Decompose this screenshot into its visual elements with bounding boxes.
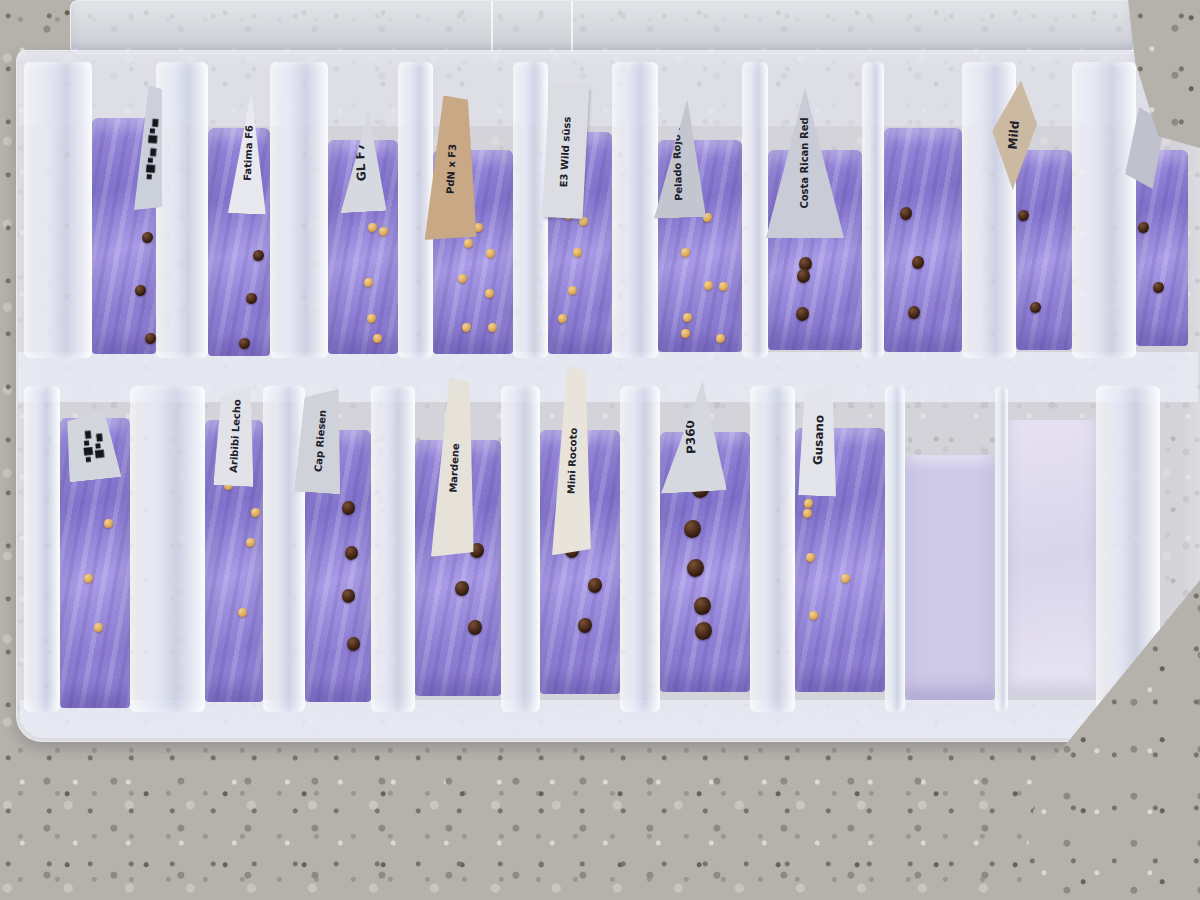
divider-wall (501, 386, 540, 712)
pepper-seed (464, 239, 473, 249)
pepper-seed (908, 306, 920, 319)
pepper-seed (683, 313, 692, 323)
pepper-seed (373, 334, 382, 344)
divider-wall (371, 386, 415, 712)
box-lid (70, 0, 1134, 54)
pepper-seed (1138, 222, 1149, 234)
pepper-seed (558, 314, 567, 324)
pepper-seed (716, 334, 725, 344)
pepper-seed (145, 333, 156, 345)
pepper-seed (803, 509, 812, 519)
pepper-seed (251, 508, 260, 518)
pepper-seed (1153, 282, 1164, 294)
label-handwriting: Mini Rocoto (565, 372, 582, 550)
pepper-seed (94, 623, 103, 633)
seed-label-tag: E3 Wild süss (543, 85, 590, 219)
pepper-seed (462, 323, 471, 333)
pepper-seed (238, 608, 247, 618)
pepper-seed (364, 278, 373, 288)
pepper-seed (142, 232, 153, 244)
pepper-seed (368, 223, 377, 233)
label-handwriting (1141, 114, 1148, 182)
divider-wall (885, 386, 905, 712)
label-handwriting: Gusano (811, 390, 827, 490)
pepper-seed (104, 519, 113, 529)
pepper-seed (900, 207, 912, 220)
divider-wall (24, 62, 92, 358)
pepper-seed (704, 281, 713, 291)
germination-paper-towel (884, 128, 962, 352)
pepper-seed (135, 285, 146, 297)
pepper-seed (379, 227, 388, 237)
germination-paper-towel (1016, 150, 1072, 350)
pepper-seed (694, 597, 711, 615)
label-handwriting: Costa Rican Red (800, 94, 811, 232)
pepper-seed (246, 538, 255, 548)
pepper-seed (719, 282, 728, 292)
pepper-seed (239, 338, 250, 350)
label-handwriting: Mardene (445, 384, 464, 552)
divider-wall (862, 62, 884, 358)
divider-wall (398, 62, 433, 358)
divider-wall (1072, 62, 1136, 358)
pepper-seed (797, 269, 810, 283)
pepper-seed (681, 248, 690, 258)
pepper-seed (1018, 210, 1029, 222)
pepper-seed (1030, 302, 1041, 314)
lid-seam (491, 1, 493, 53)
pepper-seed (367, 314, 376, 324)
pepper-seed (347, 637, 360, 651)
pepper-seed (573, 248, 582, 258)
pepper-seed (912, 256, 924, 269)
pepper-seed (796, 307, 809, 321)
label-handwriting: PdN x F3 (443, 102, 460, 235)
germination-paper-towel (1008, 420, 1096, 695)
label-handwriting: Aribibi Lecho (228, 392, 243, 480)
pepper-seed (486, 249, 495, 259)
label-handwriting: Cap Riesen (313, 394, 330, 488)
pepper-seed (804, 499, 813, 509)
pepper-seed (253, 250, 264, 262)
label-handwriting: E3 Wild süss (558, 92, 575, 212)
pepper-seed (342, 501, 355, 515)
pepper-seed (342, 589, 355, 603)
pepper-seed (345, 546, 358, 560)
pepper-seed (485, 289, 494, 299)
divider-wall (263, 386, 305, 712)
lid-seam (571, 1, 573, 53)
photo-scene: ▪▆▪▄ ▆▪▄Fatima F6GL F7PdN x F3E3 Wild sü… (0, 0, 1200, 900)
pepper-seed (841, 574, 850, 584)
pepper-seed (695, 622, 712, 640)
pepper-seed (684, 520, 701, 538)
germination-paper-towel (905, 455, 995, 700)
pepper-seed (458, 274, 467, 284)
pepper-seed (687, 559, 704, 577)
label-handwriting-smudged: ▪▆▪▄ ▆▪▄ (79, 417, 106, 475)
divider-wall (612, 62, 658, 358)
divider-wall (130, 386, 205, 712)
divider-wall (620, 386, 660, 712)
pepper-seed (681, 329, 690, 339)
divider-wall (995, 386, 1008, 712)
pepper-seed (246, 293, 257, 305)
pepper-seed (806, 553, 815, 563)
pepper-seed (568, 286, 577, 296)
divider-wall (742, 62, 768, 358)
pepper-seed (488, 323, 497, 333)
divider-wall (24, 386, 60, 712)
divider-wall (750, 386, 795, 712)
pepper-seed (84, 574, 93, 584)
divider-wall (270, 62, 328, 358)
pepper-seed (809, 611, 818, 621)
divider-wall (156, 62, 208, 358)
